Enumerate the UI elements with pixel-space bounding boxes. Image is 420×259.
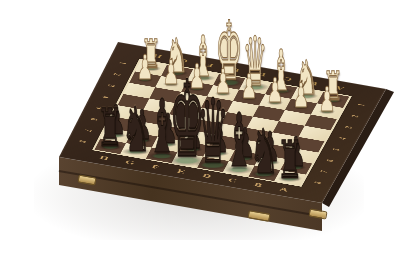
- white-piece-a2[interactable]: ♟: [312, 83, 343, 117]
- white-pawn-icon: ♟: [267, 73, 284, 107]
- chess-set-photo: HH11GG22FF33EE44DD55CC66BB77AA88 ♜♞♝♛♚♝♞…: [0, 0, 420, 259]
- white-pawn-icon: ♟: [319, 83, 336, 117]
- white-pawn-icon: ♟: [293, 78, 310, 112]
- pieces-layer: ♜♞♝♛♚♝♞♜♟♟♟♟♟♟♟♟♟♟♟♟♟♟♟♟♜♞♝♛♚♝♞♜: [0, 0, 420, 259]
- black-rook-icon: ♜: [277, 133, 303, 186]
- white-pawn-icon: ♟: [137, 51, 154, 85]
- black-piece-a8[interactable]: ♜: [267, 135, 313, 187]
